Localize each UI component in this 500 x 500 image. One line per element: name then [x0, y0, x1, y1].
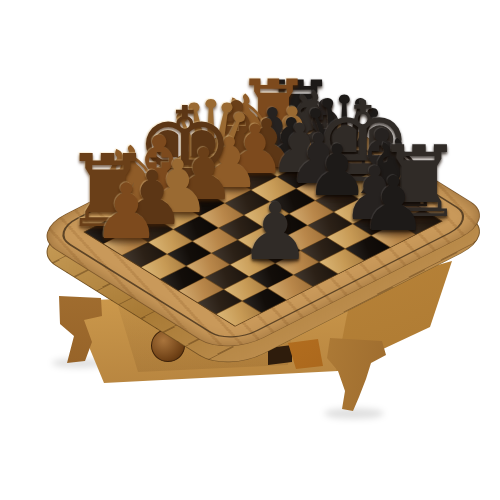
chess-set-photo: ♜♜♞♟♟♞♝♝♟♟♛♟♟♛♚♟♟♚♝♟♟♝♞♟♞♜♟♟♜♟♟♟ [0, 0, 500, 500]
chess-piece-black-pawn: ♟ [240, 192, 311, 271]
right-foot-shadow [324, 408, 384, 419]
chess-piece-black-pawn: ♟ [360, 167, 427, 242]
chess-piece-white-pawn: ♟ [92, 174, 160, 250]
